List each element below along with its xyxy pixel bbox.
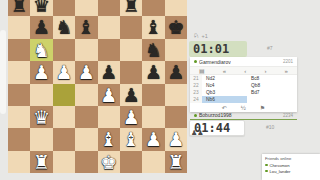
square-f1[interactable] <box>120 151 142 173</box>
square-f7[interactable] <box>120 16 142 38</box>
square-d4[interactable] <box>75 84 97 106</box>
square-c2[interactable] <box>53 128 75 150</box>
move-row: 23 Qb3 Bd7 <box>190 89 297 96</box>
square-h8[interactable] <box>165 0 187 16</box>
move-number: 24 <box>190 96 202 103</box>
player-top-rating: 2201 <box>283 59 293 64</box>
game-page: ♜♛♜♟♞♝♝♚♞♞♟♟♟♟♟♟♟♟♛♟♝♝♟♟♜♚♜ ♘ +1 01:01 #… <box>0 0 320 180</box>
friends-header: Friends online <box>265 156 317 161</box>
white-move[interactable]: Nd2 <box>202 75 247 82</box>
prev-move-icon[interactable]: ‹ <box>244 68 246 74</box>
white-king[interactable]: ♚ <box>100 151 117 173</box>
square-b2[interactable] <box>30 128 52 150</box>
square-h3[interactable] <box>165 106 187 128</box>
square-g3[interactable] <box>142 106 164 128</box>
square-f6[interactable] <box>120 39 142 61</box>
square-f8[interactable]: ♜ <box>120 0 142 16</box>
black-bishop[interactable]: ♝ <box>145 16 162 38</box>
online-dot-icon <box>194 60 197 63</box>
move-number: 22 <box>190 82 202 89</box>
white-pawn[interactable]: ♟ <box>100 84 117 106</box>
square-b6[interactable]: ♞ <box>30 39 52 61</box>
square-h4[interactable] <box>165 84 187 106</box>
black-rook[interactable]: ♜ <box>123 0 140 16</box>
white-move[interactable]: Nc4 <box>202 82 247 89</box>
next-move-icon[interactable]: › <box>264 68 266 74</box>
square-b1[interactable]: ♜ <box>30 151 52 173</box>
square-g6[interactable]: ♞ <box>142 39 164 61</box>
square-d6[interactable] <box>75 39 97 61</box>
square-b8[interactable]: ♛ <box>30 0 52 16</box>
square-g8[interactable] <box>142 0 164 16</box>
friend-name[interactable]: Lou_lander <box>270 169 291 174</box>
move-row: 21 Nd2 Bc8 <box>190 75 297 82</box>
square-a3[interactable] <box>8 106 30 128</box>
square-b4[interactable] <box>30 84 52 106</box>
square-f4[interactable]: ♟ <box>120 84 142 106</box>
square-e7[interactable] <box>98 16 120 38</box>
square-b7[interactable]: ♟ <box>30 16 52 38</box>
player-top-name[interactable]: Garmendiarov <box>199 59 231 65</box>
square-e1[interactable]: ♚ <box>98 151 120 173</box>
square-a4[interactable] <box>8 84 30 106</box>
square-b5[interactable]: ♟ <box>30 61 52 83</box>
resign-flag-icon[interactable]: ⚑ <box>260 104 265 111</box>
move-row: 24 Nb6 <box>190 96 297 103</box>
square-d1[interactable] <box>75 151 97 173</box>
white-knight[interactable]: ♞ <box>33 39 50 61</box>
captured-white-knight-icon: ♘ <box>193 32 199 40</box>
square-c6[interactable] <box>53 39 75 61</box>
square-e3[interactable] <box>98 106 120 128</box>
white-pawn[interactable]: ♟ <box>78 61 95 83</box>
square-g5[interactable]: ♟ <box>142 61 164 83</box>
white-pawn[interactable]: ♟ <box>55 61 72 83</box>
black-pawn[interactable]: ♟ <box>123 84 140 106</box>
square-f2[interactable]: ♝ <box>120 128 142 150</box>
square-f5[interactable] <box>120 61 142 83</box>
first-move-icon[interactable]: « <box>223 68 226 74</box>
online-dot-icon <box>194 114 197 117</box>
white-pawn[interactable]: ♟ <box>167 128 184 150</box>
square-h2[interactable]: ♟ <box>165 128 187 150</box>
square-c8[interactable] <box>53 0 75 16</box>
last-move-icon[interactable]: » <box>285 68 288 74</box>
chess-board[interactable]: ♜♛♜♟♞♝♝♚♞♞♟♟♟♟♟♟♟♟♛♟♝♝♟♟♜♚♜ <box>8 0 187 173</box>
square-e2[interactable]: ♝ <box>98 128 120 150</box>
square-h1[interactable]: ♜ <box>165 151 187 173</box>
square-c5[interactable]: ♟ <box>53 61 75 83</box>
square-a8[interactable]: ♜ <box>8 0 30 16</box>
black-rook[interactable]: ♜ <box>11 0 28 16</box>
friend-item[interactable]: Lou_lander <box>265 168 317 174</box>
white-move[interactable]: Qb3 <box>202 89 247 96</box>
black-knight[interactable]: ♞ <box>145 39 162 61</box>
move-row: 22 Nc4 Qb8 <box>190 82 297 89</box>
friends-online-box[interactable]: Friends online Chessmon Lou_lander <box>262 154 320 180</box>
white-pawn[interactable]: ♟ <box>33 61 50 83</box>
square-e6[interactable] <box>98 39 120 61</box>
captured-pieces-black-side: ♘ +1 <box>193 32 208 40</box>
black-pawn[interactable]: ♟ <box>100 61 117 83</box>
draw-offer-icon[interactable]: ½ <box>241 105 246 111</box>
black-queen[interactable]: ♛ <box>33 0 50 16</box>
player-bottom-name[interactable]: Boburzod1998 <box>199 112 232 118</box>
black-move[interactable]: Qb8 <box>247 82 293 89</box>
square-b3[interactable]: ♛ <box>30 106 52 128</box>
move-number: 21 <box>190 75 202 82</box>
white-move-current[interactable]: Nb6 <box>202 96 247 103</box>
white-bishop[interactable]: ♝ <box>100 128 117 150</box>
square-a2[interactable] <box>8 128 30 150</box>
black-clock: 01:01 <box>189 41 247 57</box>
square-e5[interactable]: ♟ <box>98 61 120 83</box>
player-bottom-row[interactable]: Boburzod1998 2234 <box>190 111 297 120</box>
black-pawn[interactable]: ♟ <box>145 61 162 83</box>
player-top-row[interactable]: Garmendiarov 2201 <box>190 57 297 66</box>
black-bishop[interactable]: ♝ <box>78 16 95 38</box>
black-pawn[interactable]: ♟ <box>167 61 184 83</box>
online-dot-icon <box>265 164 268 167</box>
friend-name[interactable]: Chessmon <box>270 163 290 168</box>
square-a5[interactable] <box>8 61 30 83</box>
move-list-panel: Garmendiarov 2201 ▤ « ‹ › » 21 Nd2 Bc8 2… <box>190 57 297 112</box>
square-c3[interactable] <box>53 106 75 128</box>
black-move[interactable]: Bc8 <box>247 75 293 82</box>
square-c4[interactable] <box>53 84 75 106</box>
page-edge-decoration <box>0 30 6 114</box>
move-number: 23 <box>190 89 202 96</box>
square-d3[interactable] <box>75 106 97 128</box>
online-dot-icon <box>265 170 268 173</box>
player-bottom-rating: 2234 <box>283 113 293 118</box>
square-g4[interactable] <box>142 84 164 106</box>
square-h5[interactable]: ♟ <box>165 61 187 83</box>
square-g2[interactable]: ♟ <box>142 128 164 150</box>
square-g7[interactable]: ♝ <box>142 16 164 38</box>
board-menu-icon[interactable]: ▤ <box>199 67 205 74</box>
material-advantage: +1 <box>202 33 208 39</box>
white-rook[interactable]: ♜ <box>33 151 50 173</box>
captured-pieces-white-side: ♟♟ <box>191 129 204 137</box>
white-queen[interactable]: ♛ <box>33 106 50 128</box>
black-move[interactable]: Bd7 <box>247 89 293 96</box>
square-d8[interactable] <box>75 0 97 16</box>
white-pawn[interactable]: ♟ <box>123 106 140 128</box>
black-knight[interactable]: ♞ <box>55 16 72 38</box>
square-d5[interactable]: ♟ <box>75 61 97 83</box>
move-nav-toolbar: ▤ « ‹ › » <box>190 66 297 75</box>
black-pawn[interactable]: ♟ <box>33 16 50 38</box>
square-e4[interactable]: ♟ <box>98 84 120 106</box>
white-rook[interactable]: ♜ <box>167 151 184 173</box>
black-king[interactable]: ♚ <box>167 16 184 38</box>
white-clock-tag: #10 <box>266 124 274 130</box>
black-clock-tag: #7 <box>267 45 273 51</box>
square-d7[interactable]: ♝ <box>75 16 97 38</box>
square-e8[interactable] <box>98 0 120 16</box>
square-a6[interactable] <box>8 39 30 61</box>
square-h6[interactable] <box>165 39 187 61</box>
square-c1[interactable] <box>53 151 75 173</box>
square-a7[interactable] <box>8 16 30 38</box>
takeback-icon[interactable]: ↶ <box>222 104 227 111</box>
square-g1[interactable] <box>142 151 164 173</box>
white-bishop[interactable]: ♝ <box>123 128 140 150</box>
square-h7[interactable]: ♚ <box>165 16 187 38</box>
white-pawn[interactable]: ♟ <box>145 128 162 150</box>
square-f3[interactable]: ♟ <box>120 106 142 128</box>
square-a1[interactable] <box>8 151 30 173</box>
square-c7[interactable]: ♞ <box>53 16 75 38</box>
square-d2[interactable] <box>75 128 97 150</box>
black-move[interactable] <box>247 96 293 103</box>
